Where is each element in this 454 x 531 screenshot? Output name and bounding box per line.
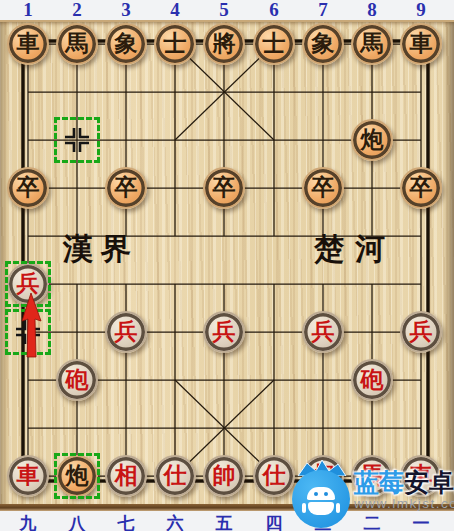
xiangqi-app: 123456789 [0,0,454,531]
move-arrow [0,0,454,531]
watermark-site-name: 蓝莓安卓网 [354,466,454,499]
robot-body-icon [308,502,334,515]
android-badge-icon [292,470,350,528]
watermark-url: www.lmkjst.com [354,496,454,511]
robot-head-icon [307,487,335,500]
watermark: 蓝莓安卓网 www.lmkjst.com [288,461,454,531]
